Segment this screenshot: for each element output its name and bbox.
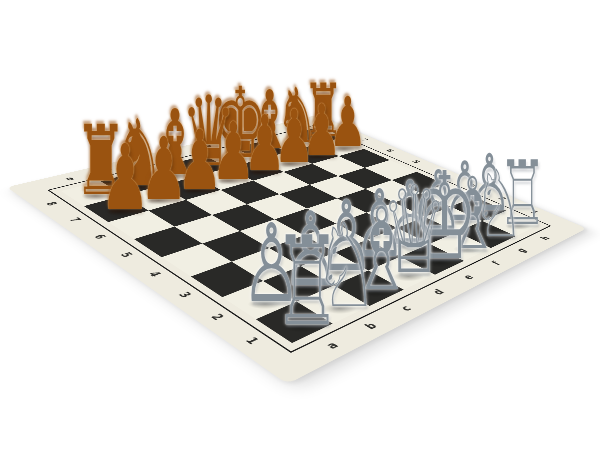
pieces-layer: ♜♞♟♝♟♚♟♛♟♝♟♞♟♜♟♙♟♙♖♙♘♙♗♙♔♙♕♙♗♙♘♖ (0, 0, 600, 463)
piece-black-pawn-a7[interactable]: ♟ (100, 133, 150, 224)
chess-photo-scene: aa11bb22cc33dd44ee55ff66gg77hh88 ♜♞♟♝♟♚♟… (0, 0, 600, 463)
piece-white-rook-a1[interactable]: ♖ (273, 220, 341, 343)
